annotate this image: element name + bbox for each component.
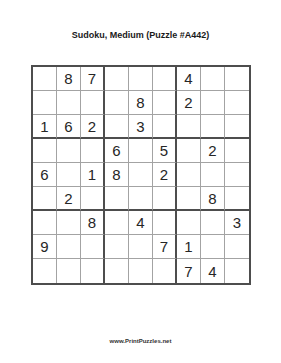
cell-r1c2: 8 <box>57 67 81 91</box>
cell-r9c7: 7 <box>177 259 201 283</box>
cell-r8c8 <box>201 235 225 259</box>
cell-r5c7 <box>177 163 201 187</box>
cell-r3c3: 2 <box>81 115 105 139</box>
cell-r6c4 <box>105 187 129 211</box>
cell-r4c2 <box>57 139 81 163</box>
cell-r5c3: 1 <box>81 163 105 187</box>
cell-r5c9 <box>225 163 249 187</box>
cell-r5c4: 8 <box>105 163 129 187</box>
cell-r6c1 <box>33 187 57 211</box>
cell-r1c5 <box>129 67 153 91</box>
cell-r7c3: 8 <box>81 211 105 235</box>
cell-r9c8: 4 <box>201 259 225 283</box>
cell-r6c2: 2 <box>57 187 81 211</box>
cell-r8c9 <box>225 235 249 259</box>
cell-r7c8 <box>201 211 225 235</box>
cell-r8c7: 1 <box>177 235 201 259</box>
cell-r1c4 <box>105 67 129 91</box>
site-url: www.PrintPuzzles.net <box>0 338 281 344</box>
cell-r3c9 <box>225 115 249 139</box>
cell-r5c8 <box>201 163 225 187</box>
cell-r3c4 <box>105 115 129 139</box>
cell-r4c8: 2 <box>201 139 225 163</box>
cell-r1c8 <box>201 67 225 91</box>
cell-r9c3 <box>81 259 105 283</box>
cell-r9c6 <box>153 259 177 283</box>
cell-r2c2 <box>57 91 81 115</box>
cell-r9c4 <box>105 259 129 283</box>
cell-r8c4 <box>105 235 129 259</box>
cell-r3c1: 1 <box>33 115 57 139</box>
cell-r8c1: 9 <box>33 235 57 259</box>
cell-r7c9: 3 <box>225 211 249 235</box>
cell-r4c4: 6 <box>105 139 129 163</box>
cell-r2c1 <box>33 91 57 115</box>
cell-r8c6: 7 <box>153 235 177 259</box>
cell-r5c5 <box>129 163 153 187</box>
cell-r3c2: 6 <box>57 115 81 139</box>
sudoku-board: 87482162365261822884397174 <box>31 65 251 285</box>
cell-r7c4 <box>105 211 129 235</box>
cell-r9c9 <box>225 259 249 283</box>
cell-r1c1 <box>33 67 57 91</box>
cell-r4c6: 5 <box>153 139 177 163</box>
cell-r3c7 <box>177 115 201 139</box>
cell-r6c8: 8 <box>201 187 225 211</box>
cell-r2c5: 8 <box>129 91 153 115</box>
cell-r4c3 <box>81 139 105 163</box>
cell-r1c7: 4 <box>177 67 201 91</box>
cell-r4c7 <box>177 139 201 163</box>
cell-r3c6 <box>153 115 177 139</box>
cell-r6c7 <box>177 187 201 211</box>
page: Sudoku, Medium (Puzzle #A442) 8748216236… <box>0 0 281 363</box>
cell-r7c1 <box>33 211 57 235</box>
cell-r1c9 <box>225 67 249 91</box>
cell-r4c1 <box>33 139 57 163</box>
cell-r3c5: 3 <box>129 115 153 139</box>
cell-r3c8 <box>201 115 225 139</box>
cell-r1c3: 7 <box>81 67 105 91</box>
cell-r1c6 <box>153 67 177 91</box>
cell-r7c7 <box>177 211 201 235</box>
cell-r4c5 <box>129 139 153 163</box>
cell-r8c2 <box>57 235 81 259</box>
cell-r5c2 <box>57 163 81 187</box>
cell-r2c6 <box>153 91 177 115</box>
cell-r7c6 <box>153 211 177 235</box>
cell-r2c3 <box>81 91 105 115</box>
cell-r6c9 <box>225 187 249 211</box>
puzzle-title: Sudoku, Medium (Puzzle #A442) <box>0 30 281 40</box>
cell-r6c6 <box>153 187 177 211</box>
cell-r2c8 <box>201 91 225 115</box>
cell-r2c4 <box>105 91 129 115</box>
cell-r6c3 <box>81 187 105 211</box>
cell-r6c5 <box>129 187 153 211</box>
cell-r9c2 <box>57 259 81 283</box>
cell-r9c5 <box>129 259 153 283</box>
cell-r7c2 <box>57 211 81 235</box>
cell-r9c1 <box>33 259 57 283</box>
cell-r2c7: 2 <box>177 91 201 115</box>
cell-r4c9 <box>225 139 249 163</box>
cell-r2c9 <box>225 91 249 115</box>
cell-r8c3 <box>81 235 105 259</box>
cell-r8c5 <box>129 235 153 259</box>
cell-r7c5: 4 <box>129 211 153 235</box>
cell-r5c1: 6 <box>33 163 57 187</box>
cell-r5c6: 2 <box>153 163 177 187</box>
